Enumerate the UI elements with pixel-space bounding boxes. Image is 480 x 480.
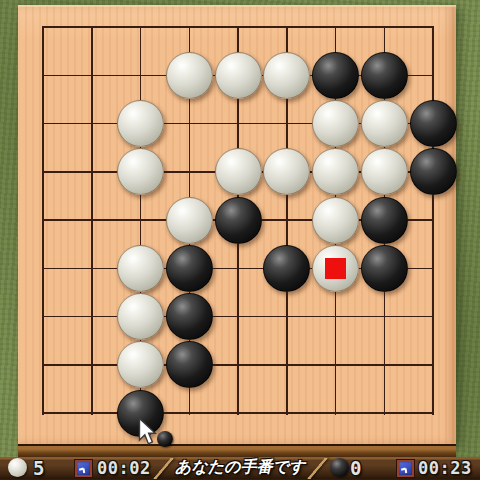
stone-white xyxy=(117,341,164,388)
grid-line-horizontal xyxy=(42,364,434,366)
stone-black xyxy=(312,52,359,99)
stone-white xyxy=(361,148,408,195)
go-app-window: 5 00:02 あなたの手番です 0 00:23 xyxy=(0,0,480,480)
stone-black xyxy=(215,197,262,244)
grid-line-horizontal xyxy=(42,412,434,414)
stone-black xyxy=(166,293,213,340)
stone-black xyxy=(166,245,213,292)
white-captures-count: 5 xyxy=(33,457,44,479)
stone-black xyxy=(166,341,213,388)
stone-white xyxy=(117,245,164,292)
stone-white xyxy=(117,293,164,340)
board-front-edge xyxy=(18,444,456,458)
mouse-cursor-icon xyxy=(138,418,160,448)
clock-icon xyxy=(397,460,414,477)
stone-black xyxy=(263,245,310,292)
white-stone-icon xyxy=(8,458,27,477)
stone-white xyxy=(166,197,213,244)
stone-white xyxy=(312,197,359,244)
stone-white xyxy=(215,52,262,99)
stone-white xyxy=(312,245,359,292)
stone-black xyxy=(361,245,408,292)
black-stone-icon xyxy=(330,458,349,477)
stone-white xyxy=(263,148,310,195)
stone-white xyxy=(117,100,164,147)
stone-black xyxy=(361,52,408,99)
white-clock-time: 00:02 xyxy=(97,458,151,478)
stone-white xyxy=(312,148,359,195)
grid-line-horizontal xyxy=(42,316,434,318)
grid-line-vertical xyxy=(42,27,44,415)
stone-black xyxy=(410,148,457,195)
stone-white xyxy=(312,100,359,147)
turn-message: あなたの手番です xyxy=(165,457,315,478)
black-clock-time: 00:23 xyxy=(418,458,472,478)
stone-white xyxy=(117,148,164,195)
last-move-marker xyxy=(325,258,346,279)
stone-black xyxy=(361,197,408,244)
clock-icon xyxy=(75,460,92,477)
grid-line-vertical xyxy=(432,27,434,415)
black-captures-count: 0 xyxy=(350,457,361,479)
cursor-black-stone-icon xyxy=(157,431,173,447)
stone-white xyxy=(166,52,213,99)
stone-white xyxy=(361,100,408,147)
stone-black xyxy=(410,100,457,147)
stone-white xyxy=(263,52,310,99)
grid-line-vertical xyxy=(91,27,93,415)
stone-white xyxy=(215,148,262,195)
go-board[interactable] xyxy=(18,5,456,444)
